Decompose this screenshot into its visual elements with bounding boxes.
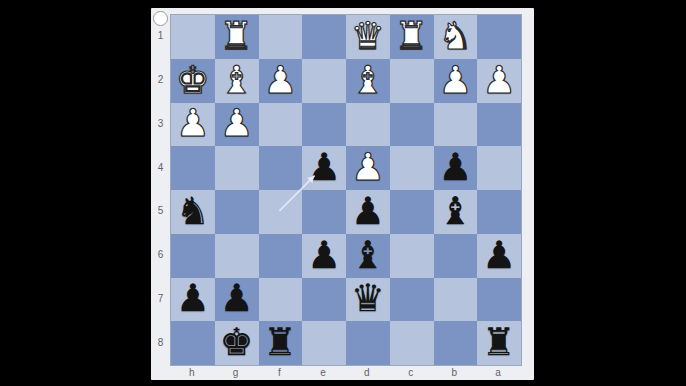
white-queen[interactable]: ♛ — [351, 17, 385, 55]
black-bishop[interactable]: ♝ — [351, 236, 385, 274]
square-d3[interactable] — [346, 103, 390, 147]
square-h1[interactable] — [171, 15, 215, 59]
black-queen[interactable]: ♛ — [351, 279, 385, 317]
square-c6[interactable] — [390, 234, 434, 278]
rank-label-5: 5 — [151, 189, 170, 233]
square-f4[interactable] — [259, 146, 303, 190]
square-g1[interactable]: ♜ — [215, 15, 259, 59]
square-e7[interactable] — [302, 278, 346, 322]
square-h7[interactable]: ♟ — [171, 278, 215, 322]
file-label-h: h — [170, 365, 214, 380]
file-label-b: b — [433, 365, 477, 380]
square-d5[interactable]: ♟ — [346, 190, 390, 234]
white-pawn[interactable]: ♟ — [482, 61, 516, 99]
square-e8[interactable] — [302, 321, 346, 365]
white-pawn[interactable]: ♟ — [263, 61, 297, 99]
square-b6[interactable] — [434, 234, 478, 278]
rank-label-4: 4 — [151, 145, 170, 189]
square-g7[interactable]: ♟ — [215, 278, 259, 322]
black-bishop[interactable]: ♝ — [438, 192, 472, 230]
square-e6[interactable]: ♟ — [302, 234, 346, 278]
square-g4[interactable] — [215, 146, 259, 190]
file-labels: hgfedcba — [170, 365, 520, 380]
rank-label-7: 7 — [151, 277, 170, 321]
black-pawn[interactable]: ♟ — [438, 148, 472, 186]
black-pawn[interactable]: ♟ — [220, 279, 254, 317]
file-label-g: g — [214, 365, 258, 380]
white-pawn[interactable]: ♟ — [351, 148, 385, 186]
square-d1[interactable]: ♛ — [346, 15, 390, 59]
square-d2[interactable]: ♝ — [346, 59, 390, 103]
rank-label-6: 6 — [151, 233, 170, 277]
square-h3[interactable]: ♟ — [171, 103, 215, 147]
square-a5[interactable] — [477, 190, 521, 234]
black-pawn[interactable]: ♟ — [482, 236, 516, 274]
square-a6[interactable]: ♟ — [477, 234, 521, 278]
file-label-f: f — [258, 365, 302, 380]
file-label-a: a — [476, 365, 520, 380]
square-c4[interactable] — [390, 146, 434, 190]
square-c5[interactable] — [390, 190, 434, 234]
square-b4[interactable]: ♟ — [434, 146, 478, 190]
square-h2[interactable]: ♚ — [171, 59, 215, 103]
white-rook[interactable]: ♜ — [220, 17, 254, 55]
square-f1[interactable] — [259, 15, 303, 59]
white-bishop[interactable]: ♝ — [220, 61, 254, 99]
square-g2[interactable]: ♝ — [215, 59, 259, 103]
white-bishop[interactable]: ♝ — [351, 61, 385, 99]
file-label-d: d — [345, 365, 389, 380]
file-label-c: c — [389, 365, 433, 380]
square-f6[interactable] — [259, 234, 303, 278]
square-b8[interactable] — [434, 321, 478, 365]
white-pawn[interactable]: ♟ — [220, 104, 254, 142]
square-a2[interactable]: ♟ — [477, 59, 521, 103]
square-c7[interactable] — [390, 278, 434, 322]
square-a4[interactable] — [477, 146, 521, 190]
black-rook[interactable]: ♜ — [263, 323, 297, 361]
square-e2[interactable] — [302, 59, 346, 103]
square-b5[interactable]: ♝ — [434, 190, 478, 234]
black-rook[interactable]: ♜ — [482, 323, 516, 361]
square-a3[interactable] — [477, 103, 521, 147]
square-c2[interactable] — [390, 59, 434, 103]
black-pawn[interactable]: ♟ — [351, 192, 385, 230]
square-f8[interactable]: ♜ — [259, 321, 303, 365]
square-a7[interactable] — [477, 278, 521, 322]
square-b3[interactable] — [434, 103, 478, 147]
square-g3[interactable]: ♟ — [215, 103, 259, 147]
white-knight[interactable]: ♞ — [438, 17, 472, 55]
square-d7[interactable]: ♛ — [346, 278, 390, 322]
square-g5[interactable] — [215, 190, 259, 234]
square-a1[interactable] — [477, 15, 521, 59]
rank-label-8: 8 — [151, 320, 170, 364]
square-c1[interactable]: ♜ — [390, 15, 434, 59]
square-e5[interactable] — [302, 190, 346, 234]
square-d4[interactable]: ♟ — [346, 146, 390, 190]
board-panel: 12345678 ♜♛♜♞♚♝♟♝♟♟♟♟♟♟♟♞♟♝♟♝♟♟♟♛♚♜♜ hgf… — [151, 8, 534, 380]
square-d8[interactable] — [346, 321, 390, 365]
square-h5[interactable]: ♞ — [171, 190, 215, 234]
square-f7[interactable] — [259, 278, 303, 322]
white-rook[interactable]: ♜ — [395, 17, 429, 55]
square-h4[interactable] — [171, 146, 215, 190]
square-e3[interactable] — [302, 103, 346, 147]
square-c8[interactable] — [390, 321, 434, 365]
square-c3[interactable] — [390, 103, 434, 147]
black-knight[interactable]: ♞ — [176, 192, 210, 230]
square-e4[interactable]: ♟ — [302, 146, 346, 190]
black-pawn[interactable]: ♟ — [307, 236, 341, 274]
square-g8[interactable]: ♚ — [215, 321, 259, 365]
square-b7[interactable] — [434, 278, 478, 322]
square-f3[interactable] — [259, 103, 303, 147]
white-king[interactable]: ♚ — [176, 61, 210, 99]
square-e1[interactable] — [302, 15, 346, 59]
black-king[interactable]: ♚ — [220, 323, 254, 361]
rank-label-1: 1 — [151, 14, 170, 58]
square-a8[interactable]: ♜ — [477, 321, 521, 365]
chess-board[interactable]: ♜♛♜♞♚♝♟♝♟♟♟♟♟♟♟♞♟♝♟♝♟♟♟♛♚♜♜ — [170, 14, 522, 366]
white-pawn[interactable]: ♟ — [438, 61, 472, 99]
square-h8[interactable] — [171, 321, 215, 365]
square-g6[interactable] — [215, 234, 259, 278]
black-pawn[interactable]: ♟ — [176, 279, 210, 317]
rank-label-2: 2 — [151, 58, 170, 102]
square-b1[interactable]: ♞ — [434, 15, 478, 59]
file-label-e: e — [301, 365, 345, 380]
black-pawn[interactable]: ♟ — [307, 148, 341, 186]
square-d6[interactable]: ♝ — [346, 234, 390, 278]
letterbox-background: 12345678 ♜♛♜♞♚♝♟♝♟♟♟♟♟♟♟♞♟♝♟♝♟♟♟♛♚♜♜ hgf… — [0, 0, 686, 386]
square-h6[interactable] — [171, 234, 215, 278]
rank-labels: 12345678 — [151, 14, 170, 364]
square-f2[interactable]: ♟ — [259, 59, 303, 103]
rank-label-3: 3 — [151, 102, 170, 146]
white-pawn[interactable]: ♟ — [176, 104, 210, 142]
square-b2[interactable]: ♟ — [434, 59, 478, 103]
square-f5[interactable] — [259, 190, 303, 234]
